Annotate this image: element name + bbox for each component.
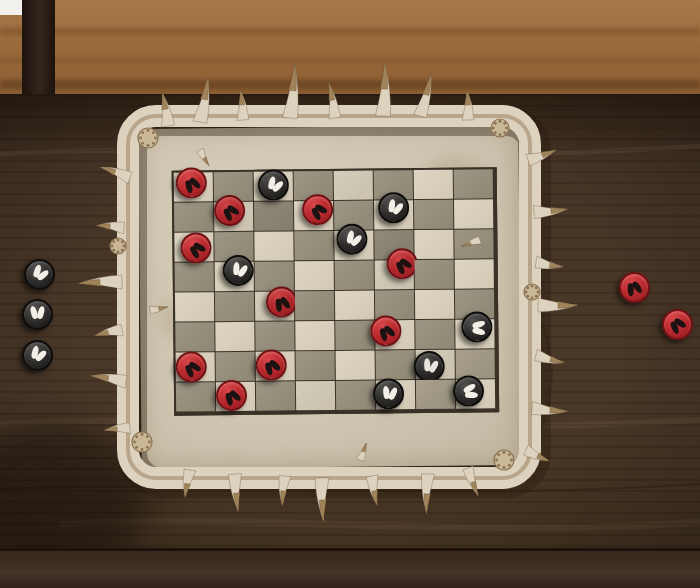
board-square xyxy=(375,320,414,349)
hoofprint-icon xyxy=(469,318,485,336)
red-checker-offboard xyxy=(662,309,693,340)
board-square xyxy=(416,380,455,409)
board-square xyxy=(174,232,213,261)
black-checker xyxy=(453,375,484,406)
board-square xyxy=(256,381,295,410)
board-square xyxy=(295,291,334,320)
black-checker xyxy=(336,224,367,255)
hoofprint-icon xyxy=(262,174,286,197)
hoofprint-icon xyxy=(623,276,645,297)
board-square xyxy=(374,200,413,229)
board-square xyxy=(376,350,415,379)
board-square xyxy=(336,381,375,410)
board-square xyxy=(336,351,375,380)
board-square xyxy=(174,202,213,231)
hoofprint-icon xyxy=(665,312,689,336)
red-checker xyxy=(176,167,207,198)
red-checker xyxy=(256,349,287,380)
checkers-board xyxy=(172,167,500,415)
board-square xyxy=(454,199,493,228)
board-square xyxy=(334,171,373,200)
board-square xyxy=(295,321,334,350)
board-square xyxy=(414,200,453,229)
hoofprint-icon xyxy=(340,228,364,251)
black-checker xyxy=(223,255,254,286)
hoofprint-icon xyxy=(382,197,405,219)
hoof-toe xyxy=(36,305,45,319)
board-square xyxy=(454,169,493,198)
hoofprint-icon xyxy=(27,262,51,285)
red-checker xyxy=(370,315,401,346)
board-square xyxy=(175,292,214,321)
board-plate xyxy=(138,125,522,469)
board-square xyxy=(176,352,215,381)
table-front-edge xyxy=(0,548,700,588)
dark-furniture-leg xyxy=(22,0,55,94)
board-square xyxy=(415,290,454,319)
board-square xyxy=(254,201,293,230)
board-square xyxy=(174,172,213,201)
red-checker xyxy=(216,380,247,411)
hoofprint-icon xyxy=(227,260,249,281)
scene xyxy=(0,0,700,588)
board-square xyxy=(175,322,214,351)
floor-grain-streak xyxy=(0,28,700,35)
hoofprint-icon xyxy=(179,171,203,194)
black-checker xyxy=(378,192,409,223)
black-checker xyxy=(373,378,404,409)
hoof-toe xyxy=(464,391,477,397)
hoofprint-icon xyxy=(390,252,414,276)
floor-grain-streak xyxy=(0,58,700,63)
board-square xyxy=(415,260,454,289)
hoofprint-icon xyxy=(270,291,292,312)
hoofprint-icon xyxy=(28,306,46,322)
board-square xyxy=(334,231,373,260)
hoofprint-icon xyxy=(374,319,398,342)
red-checker xyxy=(214,195,245,226)
board-square xyxy=(415,320,454,349)
black-checker xyxy=(258,169,289,200)
hoofprint-icon xyxy=(179,355,203,379)
board-square xyxy=(294,201,333,230)
board-square xyxy=(296,381,335,410)
board-square xyxy=(414,230,453,259)
black-checker-offboard xyxy=(22,340,53,371)
hoofprint-icon xyxy=(184,236,208,260)
red-checker xyxy=(176,351,207,382)
hoofprint-icon xyxy=(218,199,242,223)
board-square xyxy=(255,321,294,350)
hoofprint-icon xyxy=(378,385,398,404)
board-square xyxy=(255,261,294,290)
hoofprint-icon xyxy=(259,354,283,377)
board-square xyxy=(456,349,495,378)
black-checker xyxy=(414,351,445,382)
board-square xyxy=(294,231,333,260)
red-checker xyxy=(180,232,211,263)
black-checker-offboard xyxy=(22,299,53,330)
board-square xyxy=(416,350,455,379)
board-square xyxy=(335,321,374,350)
floor-plank-seam xyxy=(0,80,700,89)
red-checker-offboard xyxy=(619,272,650,303)
board-square xyxy=(454,229,493,258)
board-square xyxy=(375,260,414,289)
hoofprint-icon xyxy=(419,356,440,376)
red-checker xyxy=(386,248,417,279)
board-square xyxy=(254,171,293,200)
board-square xyxy=(216,382,255,411)
board-square xyxy=(216,352,255,381)
wood-floor xyxy=(0,0,700,96)
board-square xyxy=(455,259,494,288)
board-square xyxy=(214,202,253,231)
red-checker xyxy=(266,286,297,317)
board-square xyxy=(215,322,254,351)
board-square xyxy=(176,382,215,411)
board-square xyxy=(175,262,214,291)
board-square xyxy=(295,261,334,290)
board-square xyxy=(255,291,294,320)
hoofprint-icon xyxy=(458,380,478,402)
board-square xyxy=(254,231,293,260)
hoofprint-icon xyxy=(306,198,330,222)
board-square xyxy=(215,292,254,321)
board-square xyxy=(414,170,453,199)
board-square xyxy=(215,262,254,291)
black-checker-offboard xyxy=(24,259,55,290)
board-square xyxy=(256,351,295,380)
board-square xyxy=(456,379,495,408)
black-checker xyxy=(461,311,492,342)
board-square xyxy=(335,291,374,320)
red-checker xyxy=(302,194,333,225)
board-square xyxy=(296,351,335,380)
board-square xyxy=(376,380,415,409)
board-square xyxy=(335,261,374,290)
board-square xyxy=(455,319,494,348)
hoofprint-icon xyxy=(220,384,244,407)
hoofprint-icon xyxy=(25,344,49,367)
hoof-toe xyxy=(471,326,485,335)
